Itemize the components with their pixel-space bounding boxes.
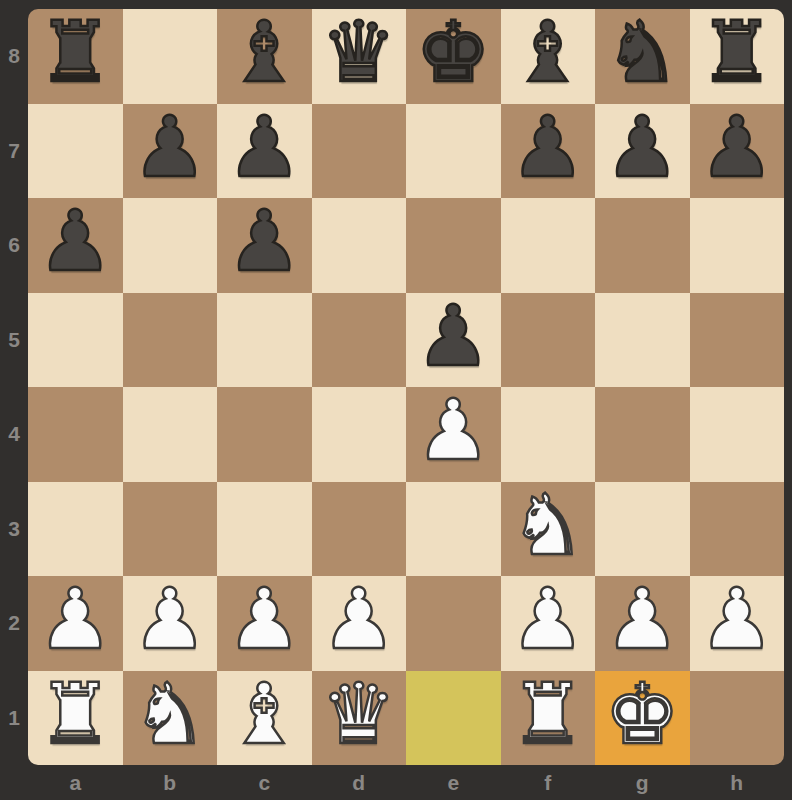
white-pawn-a2[interactable]: ♟ [38,577,113,661]
square-h4[interactable] [690,387,785,482]
square-b1[interactable]: ♞ [123,671,218,766]
black-rook-h8[interactable]: ♜ [699,10,774,94]
square-c6[interactable]: ♟ [217,198,312,293]
square-f1[interactable]: ♜ [501,671,596,766]
square-e1[interactable] [406,671,501,766]
rank-label-5: 5 [0,293,28,388]
square-c8[interactable]: ♝ [217,9,312,104]
square-a8[interactable]: ♜ [28,9,123,104]
square-f8[interactable]: ♝ [501,9,596,104]
square-b6[interactable] [123,198,218,293]
black-pawn-c6[interactable]: ♟ [227,199,302,283]
square-d1[interactable]: ♛ [312,671,407,766]
file-label-a: a [28,765,123,800]
square-d8[interactable]: ♛ [312,9,407,104]
square-d4[interactable] [312,387,407,482]
square-e8[interactable]: ♚ [406,9,501,104]
square-f3[interactable]: ♞ [501,482,596,577]
square-f7[interactable]: ♟ [501,104,596,199]
white-rook-a1[interactable]: ♜ [38,672,113,756]
square-c7[interactable]: ♟ [217,104,312,199]
square-e4[interactable]: ♟ [406,387,501,482]
rank-coordinates: 87654321 [0,9,28,765]
square-d5[interactable] [312,293,407,388]
white-pawn-e4[interactable]: ♟ [416,388,491,472]
square-e3[interactable] [406,482,501,577]
black-knight-g8[interactable]: ♞ [605,10,680,94]
square-c4[interactable] [217,387,312,482]
black-pawn-a6[interactable]: ♟ [38,199,113,283]
square-a2[interactable]: ♟ [28,576,123,671]
square-d7[interactable] [312,104,407,199]
white-pawn-f2[interactable]: ♟ [510,577,585,661]
white-pawn-g2[interactable]: ♟ [605,577,680,661]
square-c5[interactable] [217,293,312,388]
square-g2[interactable]: ♟ [595,576,690,671]
file-label-f: f [501,765,596,800]
square-d6[interactable] [312,198,407,293]
square-b3[interactable] [123,482,218,577]
square-h7[interactable]: ♟ [690,104,785,199]
square-b8[interactable] [123,9,218,104]
black-bishop-f8[interactable]: ♝ [510,10,585,94]
square-h3[interactable] [690,482,785,577]
square-f6[interactable] [501,198,596,293]
square-c3[interactable] [217,482,312,577]
black-pawn-f7[interactable]: ♟ [510,105,585,189]
file-coordinates: abcdefgh [28,765,784,800]
square-g8[interactable]: ♞ [595,9,690,104]
white-pawn-d2[interactable]: ♟ [321,577,396,661]
square-e2[interactable] [406,576,501,671]
black-pawn-h7[interactable]: ♟ [699,105,774,189]
square-a6[interactable]: ♟ [28,198,123,293]
rank-label-3: 3 [0,482,28,577]
rank-label-8: 8 [0,9,28,104]
white-pawn-h2[interactable]: ♟ [699,577,774,661]
black-pawn-c7[interactable]: ♟ [227,105,302,189]
square-b4[interactable] [123,387,218,482]
file-label-d: d [312,765,407,800]
square-d2[interactable]: ♟ [312,576,407,671]
black-bishop-c8[interactable]: ♝ [227,10,302,94]
chess-board[interactable]: ♜♝♛♚♝♞♜♟♟♟♟♟♟♟♟♟♞♟♟♟♟♟♟♟♜♞♝♛♜♚ [28,9,784,765]
square-g5[interactable] [595,293,690,388]
square-a7[interactable] [28,104,123,199]
file-label-h: h [690,765,785,800]
square-f5[interactable] [501,293,596,388]
square-c2[interactable]: ♟ [217,576,312,671]
square-h8[interactable]: ♜ [690,9,785,104]
rank-label-1: 1 [0,671,28,766]
white-knight-b1[interactable]: ♞ [132,672,207,756]
square-a5[interactable] [28,293,123,388]
square-e5[interactable]: ♟ [406,293,501,388]
square-f4[interactable] [501,387,596,482]
square-g4[interactable] [595,387,690,482]
white-bishop-c1[interactable]: ♝ [227,672,302,756]
white-knight-f3[interactable]: ♞ [510,483,585,567]
black-queen-d8[interactable]: ♛ [321,10,396,94]
file-label-g: g [595,765,690,800]
square-h6[interactable] [690,198,785,293]
square-a3[interactable] [28,482,123,577]
white-pawn-b2[interactable]: ♟ [132,577,207,661]
black-rook-a8[interactable]: ♜ [38,10,113,94]
file-label-b: b [123,765,218,800]
square-g3[interactable] [595,482,690,577]
white-pawn-c2[interactable]: ♟ [227,577,302,661]
square-h2[interactable]: ♟ [690,576,785,671]
square-b5[interactable] [123,293,218,388]
rank-label-4: 4 [0,387,28,482]
square-h5[interactable] [690,293,785,388]
square-e7[interactable] [406,104,501,199]
square-e6[interactable] [406,198,501,293]
square-b2[interactable]: ♟ [123,576,218,671]
chess-board-app: 87654321 ♜♝♛♚♝♞♜♟♟♟♟♟♟♟♟♟♞♟♟♟♟♟♟♟♜♞♝♛♜♚ … [0,0,792,800]
rank-label-6: 6 [0,198,28,293]
rank-label-2: 2 [0,576,28,671]
black-king-e8[interactable]: ♚ [416,10,491,94]
black-pawn-b7[interactable]: ♟ [132,105,207,189]
square-d3[interactable] [312,482,407,577]
file-label-e: e [406,765,501,800]
black-pawn-e5[interactable]: ♟ [416,294,491,378]
square-b7[interactable]: ♟ [123,104,218,199]
black-pawn-g7[interactable]: ♟ [605,105,680,189]
square-g6[interactable] [595,198,690,293]
square-g7[interactable]: ♟ [595,104,690,199]
rank-label-7: 7 [0,104,28,199]
white-queen-d1[interactable]: ♛ [321,672,396,756]
square-c1[interactable]: ♝ [217,671,312,766]
file-label-c: c [217,765,312,800]
square-f2[interactable]: ♟ [501,576,596,671]
square-a1[interactable]: ♜ [28,671,123,766]
white-king-g1[interactable]: ♚ [605,672,680,756]
white-rook-f1[interactable]: ♜ [510,672,585,756]
square-h1[interactable] [690,671,785,766]
square-a4[interactable] [28,387,123,482]
square-g1[interactable]: ♚ [595,671,690,766]
